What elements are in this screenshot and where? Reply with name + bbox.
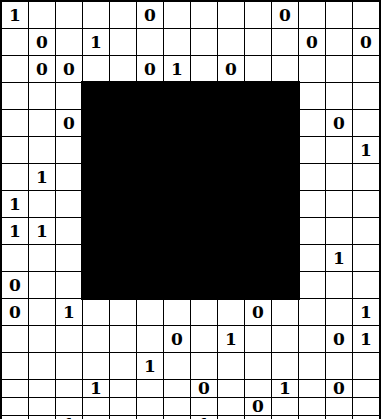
cell-r3-c10: 0 — [326, 110, 352, 136]
cell-r10-c5[interactable] — [353, 380, 379, 397]
cell-r8-c8[interactable] — [56, 353, 82, 379]
cell-r1-c9[interactable] — [245, 29, 271, 55]
inner-8x8-box-outline — [81, 81, 300, 300]
cell-r3-c0[interactable] — [2, 83, 28, 109]
cell-r4-c6[interactable] — [56, 164, 82, 190]
cell-r2-c1: 0 — [29, 56, 55, 82]
cell-r3-c2[interactable] — [56, 83, 82, 109]
cell-r3-c9[interactable] — [299, 110, 325, 136]
cell-r3-c11[interactable] — [353, 110, 379, 136]
cell-r5-c3: 1 — [29, 218, 55, 244]
cell-r10-c11[interactable] — [137, 398, 163, 415]
cell-r9-c2[interactable] — [272, 353, 298, 379]
cell-r6-c12[interactable] — [164, 299, 190, 325]
cell-r1-c6[interactable] — [164, 29, 190, 55]
cell-r1-c7[interactable] — [191, 29, 217, 55]
cell-r7-c2[interactable] — [272, 299, 298, 325]
cell-r3-c1[interactable] — [29, 83, 55, 109]
cell-r2-c0[interactable] — [2, 56, 28, 82]
cell-r8-c12[interactable] — [164, 353, 190, 379]
cell-r3-c4[interactable] — [326, 83, 352, 109]
cell-r5-c0[interactable] — [326, 191, 352, 217]
cell-r1-c1: 0 — [29, 29, 55, 55]
cell-r6-c5[interactable] — [353, 272, 379, 298]
cell-r2-c6: 1 — [164, 56, 190, 82]
cell-r7-c1: 0 — [245, 299, 271, 325]
cell-r10-c4: 0 — [326, 380, 352, 397]
cell-r4-c12[interactable] — [56, 191, 82, 217]
cell-r11-c1: 0 — [245, 398, 271, 415]
cell-r11-c4[interactable] — [326, 398, 352, 415]
cell-r8-c4: 0 — [326, 326, 352, 352]
cell-r6-c10[interactable] — [110, 299, 136, 325]
cell-r10-c2: 1 — [272, 380, 298, 397]
cell-r2-c5: 0 — [137, 56, 163, 82]
cell-r10-c3[interactable] — [299, 380, 325, 397]
cell-r10-c13[interactable] — [191, 398, 217, 415]
cell-r11-c3[interactable] — [299, 398, 325, 415]
cell-r1-c12[interactable] — [326, 29, 352, 55]
cell-r2-c2: 0 — [56, 56, 82, 82]
cell-r8-c0: 1 — [218, 326, 244, 352]
cell-r6-c11[interactable] — [137, 299, 163, 325]
cell-r9-c11[interactable] — [137, 380, 163, 397]
cell-r0-c8[interactable] — [218, 2, 244, 28]
cell-r9-c10[interactable] — [110, 380, 136, 397]
cell-r6-c7[interactable] — [29, 299, 55, 325]
cell-r9-c1[interactable] — [245, 353, 271, 379]
cell-r1-c10[interactable] — [272, 29, 298, 55]
cell-r7-c7[interactable] — [29, 326, 55, 352]
cell-r8-c9[interactable] — [83, 353, 109, 379]
cell-r10-c6[interactable] — [2, 398, 28, 415]
cell-r10-c7[interactable] — [29, 398, 55, 415]
cell-r0-c2[interactable] — [56, 2, 82, 28]
cell-r5-c7[interactable] — [353, 218, 379, 244]
cell-r0-c5: 0 — [137, 2, 163, 28]
cell-r6-c8: 1 — [56, 299, 82, 325]
cell-r8-c3[interactable] — [299, 326, 325, 352]
cell-r5-c1[interactable] — [353, 191, 379, 217]
cell-r4-c4[interactable] — [2, 164, 28, 190]
cell-r1-c8[interactable] — [218, 29, 244, 55]
cell-r3-c8: 0 — [56, 110, 82, 136]
cell-r11-c5[interactable] — [353, 398, 379, 415]
cell-r0-c3[interactable] — [83, 2, 109, 28]
cell-r4-c8[interactable] — [326, 164, 352, 190]
puzzle-page: 1000100000100011111100101010111010011000… — [0, 0, 381, 419]
cell-r9-c12[interactable] — [164, 380, 190, 397]
cell-r3-c13[interactable] — [29, 137, 55, 163]
cell-r6-c9[interactable] — [83, 299, 109, 325]
cell-r1-c3: 1 — [83, 29, 109, 55]
cell-r7-c10[interactable] — [110, 326, 136, 352]
cell-r6-c13[interactable] — [191, 299, 217, 325]
cell-r6-c0: 0 — [2, 272, 28, 298]
cell-r5-c10[interactable] — [56, 245, 82, 271]
cell-r3-c5[interactable] — [353, 83, 379, 109]
cell-r1-c2[interactable] — [56, 29, 82, 55]
cell-r7-c9[interactable] — [83, 326, 109, 352]
cell-r7-c3[interactable] — [299, 299, 325, 325]
cell-r10-c10[interactable] — [110, 398, 136, 415]
cell-r2-c8: 0 — [218, 56, 244, 82]
cell-r0-c7[interactable] — [191, 2, 217, 28]
cell-r4-c10: 1 — [2, 191, 28, 217]
cell-r7-c13[interactable] — [191, 326, 217, 352]
cell-r5-c11[interactable] — [299, 245, 325, 271]
cell-r9-c0[interactable] — [218, 353, 244, 379]
cell-r0-c1[interactable] — [29, 2, 55, 28]
cell-r11-c2[interactable] — [272, 398, 298, 415]
cell-r4-c9[interactable] — [353, 164, 379, 190]
cell-r6-c1[interactable] — [29, 272, 55, 298]
cell-r0-c10: 0 — [272, 2, 298, 28]
cell-r3-c6[interactable] — [2, 110, 28, 136]
binary-puzzle-board: 1000100000100011111100101010111010011000… — [0, 0, 381, 419]
cell-r10-c12[interactable] — [164, 398, 190, 415]
cell-r4-c2[interactable] — [326, 137, 352, 163]
cell-r2-c10[interactable] — [272, 56, 298, 82]
cell-r10-c1[interactable] — [245, 380, 271, 397]
cell-r10-c8[interactable] — [56, 398, 82, 415]
cell-r0-c12[interactable] — [326, 2, 352, 28]
cell-r6-c4[interactable] — [326, 272, 352, 298]
cell-r2-c12[interactable] — [326, 56, 352, 82]
cell-r9-c6[interactable] — [2, 380, 28, 397]
cell-r4-c0[interactable] — [56, 137, 82, 163]
cell-r0-c11[interactable] — [299, 2, 325, 28]
cell-r3-c12[interactable] — [2, 137, 28, 163]
cell-r8-c2[interactable] — [272, 326, 298, 352]
cell-r9-c7[interactable] — [29, 380, 55, 397]
cell-r5-c4[interactable] — [56, 218, 82, 244]
cell-r5-c5[interactable] — [299, 218, 325, 244]
cell-r1-c0[interactable] — [2, 29, 28, 55]
cell-r9-c5[interactable] — [353, 353, 379, 379]
cell-r4-c11[interactable] — [29, 191, 55, 217]
cell-r0-c13[interactable] — [353, 2, 379, 28]
cell-r8-c7[interactable] — [29, 353, 55, 379]
cell-r8-c6[interactable] — [2, 353, 28, 379]
cell-r0-c6[interactable] — [164, 2, 190, 28]
cell-r1-c13: 0 — [353, 29, 379, 55]
cell-r5-c12: 1 — [326, 245, 352, 271]
cell-r2-c3[interactable] — [83, 56, 109, 82]
cell-r7-c11[interactable] — [137, 326, 163, 352]
cell-r7-c8[interactable] — [56, 326, 82, 352]
cell-r4-c13[interactable] — [299, 191, 325, 217]
cell-r5-c6[interactable] — [326, 218, 352, 244]
cell-r4-c1[interactable] — [299, 137, 325, 163]
cell-r8-c11: 1 — [137, 353, 163, 379]
cell-r8-c1[interactable] — [245, 326, 271, 352]
cell-r9-c3[interactable] — [299, 353, 325, 379]
cell-r9-c9: 1 — [83, 380, 109, 397]
cell-r5-c8[interactable] — [2, 245, 28, 271]
cell-r3-c7[interactable] — [29, 110, 55, 136]
cell-r3-c3[interactable] — [299, 83, 325, 109]
cell-r10-c0[interactable] — [218, 380, 244, 397]
cell-r4-c5: 1 — [29, 164, 55, 190]
cell-r2-c7[interactable] — [191, 56, 217, 82]
cell-r6-c2[interactable] — [56, 272, 82, 298]
cell-r4-c3: 1 — [353, 137, 379, 163]
cell-r4-c7[interactable] — [299, 164, 325, 190]
cell-r5-c9[interactable] — [29, 245, 55, 271]
cell-r2-c9[interactable] — [245, 56, 271, 82]
cell-r7-c12: 0 — [164, 326, 190, 352]
cell-r6-c6: 0 — [2, 299, 28, 325]
cell-r1-c4[interactable] — [110, 29, 136, 55]
cell-r0-c0: 1 — [2, 2, 28, 28]
cell-r6-c3[interactable] — [299, 272, 325, 298]
cell-r7-c4[interactable] — [326, 299, 352, 325]
cell-r5-c2: 1 — [2, 218, 28, 244]
cell-r9-c13: 0 — [191, 380, 217, 397]
cell-r7-c5: 1 — [353, 299, 379, 325]
cell-r8-c10[interactable] — [110, 353, 136, 379]
cell-r11-c0[interactable] — [218, 398, 244, 415]
cell-r0-c4[interactable] — [110, 2, 136, 28]
cell-r1-c5[interactable] — [137, 29, 163, 55]
cell-r2-c11[interactable] — [299, 56, 325, 82]
cell-r8-c13[interactable] — [191, 353, 217, 379]
cell-r10-c9[interactable] — [83, 398, 109, 415]
cell-r7-c0[interactable] — [218, 299, 244, 325]
cell-r5-c13[interactable] — [353, 245, 379, 271]
cell-r2-c4[interactable] — [110, 56, 136, 82]
cell-r8-c5: 1 — [353, 326, 379, 352]
cell-r9-c4[interactable] — [326, 353, 352, 379]
cell-r7-c6[interactable] — [2, 326, 28, 352]
cell-r2-c13[interactable] — [353, 56, 379, 82]
cell-r9-c8[interactable] — [56, 380, 82, 397]
cell-r0-c9[interactable] — [245, 2, 271, 28]
cell-r1-c11: 0 — [299, 29, 325, 55]
